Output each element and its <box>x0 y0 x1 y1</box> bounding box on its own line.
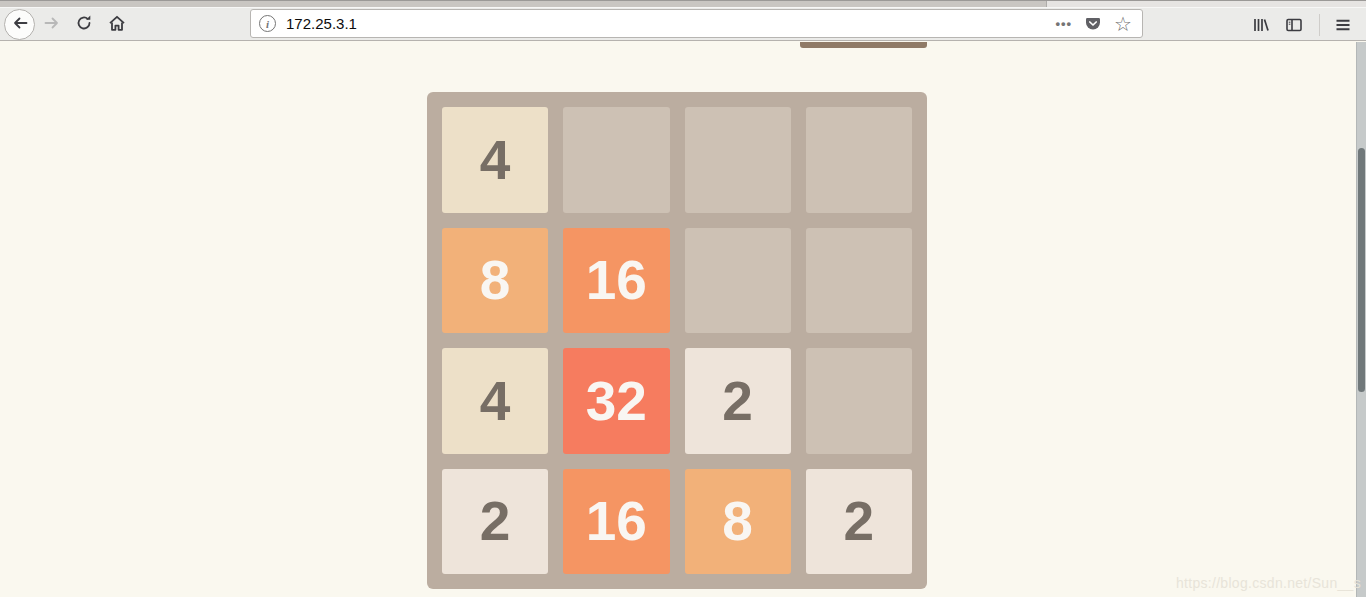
tab-strip <box>0 0 1366 7</box>
pocket-icon[interactable] <box>1084 15 1102 33</box>
empty-cell <box>806 228 912 334</box>
page-actions-icon[interactable]: ••• <box>1055 16 1072 31</box>
tile-32: 32 <box>563 348 669 454</box>
forward-icon <box>43 14 61 36</box>
empty-cell <box>806 107 912 213</box>
home-icon <box>107 14 127 37</box>
scrollbar-track[interactable] <box>1356 42 1366 597</box>
page-info-icon[interactable]: i <box>259 15 276 32</box>
reload-button[interactable] <box>74 15 94 35</box>
tile-16: 16 <box>563 228 669 334</box>
toolbar-separator <box>1319 14 1320 36</box>
tile-2: 2 <box>442 469 548 575</box>
new-game-button[interactable] <box>800 42 927 48</box>
tile-2: 2 <box>685 348 791 454</box>
url-bar[interactable]: i 172.25.3.1 ••• ☆ <box>250 9 1143 38</box>
watermark-text: https://blog.csdn.net/Sun__s <box>1176 575 1361 591</box>
forward-button[interactable] <box>42 15 62 35</box>
tile-2: 2 <box>806 469 912 575</box>
empty-cell <box>563 107 669 213</box>
scrollbar-thumb[interactable] <box>1358 148 1365 392</box>
url-text: 172.25.3.1 <box>286 15 1055 32</box>
board: 4816432221682 <box>427 92 927 589</box>
empty-cell <box>685 228 791 334</box>
tile-8: 8 <box>442 228 548 334</box>
empty-cell <box>806 348 912 454</box>
reload-icon <box>75 14 93 36</box>
page-content: 4816432221682 https://blog.csdn.net/Sun_… <box>0 42 1366 597</box>
tile-16: 16 <box>563 469 669 575</box>
menu-icon[interactable] <box>1333 15 1353 35</box>
browser-toolbar: i 172.25.3.1 ••• ☆ <box>0 7 1366 41</box>
sidebar-icon[interactable] <box>1284 15 1304 35</box>
tile-8: 8 <box>685 469 791 575</box>
library-icon[interactable] <box>1251 15 1271 35</box>
bookmark-star-icon[interactable]: ☆ <box>1114 14 1132 34</box>
tile-4: 4 <box>442 107 548 213</box>
home-button[interactable] <box>106 15 128 35</box>
back-button[interactable] <box>4 9 35 40</box>
back-icon <box>11 14 29 36</box>
tile-4: 4 <box>442 348 548 454</box>
empty-cell <box>685 107 791 213</box>
